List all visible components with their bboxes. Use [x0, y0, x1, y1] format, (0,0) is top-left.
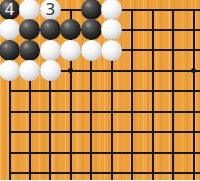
white-stone [19, 0, 40, 20]
go-board[interactable]: 43 [0, 0, 200, 180]
star-point [68, 68, 73, 73]
grid-line-vertical [131, 9, 133, 181]
black-stone [81, 0, 102, 20]
black-stone [19, 40, 40, 61]
star-point [191, 68, 196, 73]
grid-line-vertical [172, 9, 174, 181]
black-stone [81, 19, 102, 40]
white-stone [81, 40, 102, 61]
grid-line-vertical [193, 9, 195, 181]
white-stone [19, 60, 40, 81]
black-stone: 4 [0, 0, 20, 20]
white-stone [0, 19, 20, 40]
white-stone [60, 40, 81, 61]
white-stone [0, 60, 20, 81]
black-stone [60, 19, 81, 40]
black-stone [40, 19, 61, 40]
black-stone [0, 40, 20, 61]
black-stone [19, 19, 40, 40]
move-number-label: 4 [4, 0, 14, 20]
move-number-label: 3 [45, 0, 55, 20]
white-stone [40, 40, 61, 61]
white-stone [40, 60, 61, 81]
white-stone [101, 19, 122, 40]
grid-line-vertical [152, 9, 154, 181]
white-stone [101, 40, 122, 61]
white-stone: 3 [40, 0, 61, 20]
white-stone [101, 0, 122, 20]
